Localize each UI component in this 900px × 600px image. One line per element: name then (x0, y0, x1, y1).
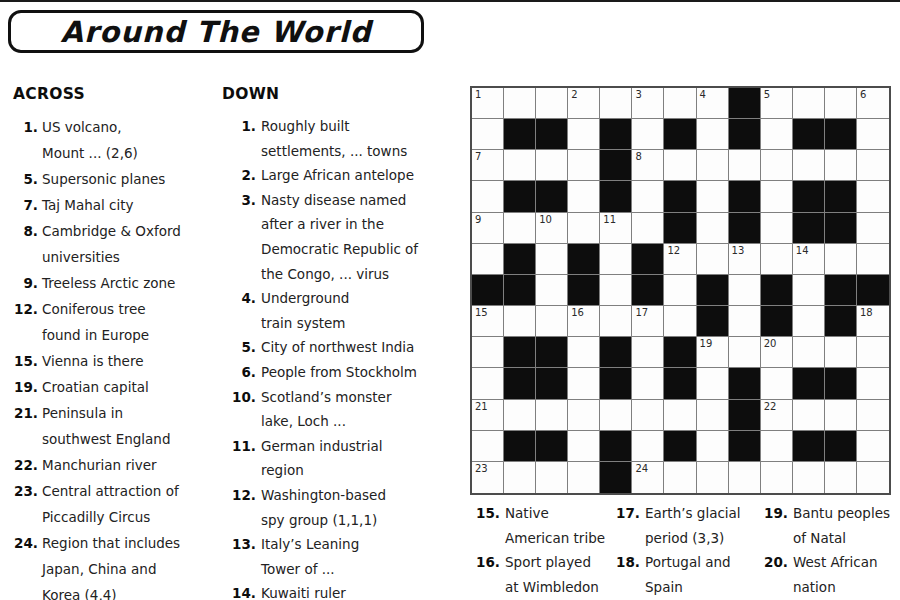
bottom-clue-column-2: 17.Earth’s glacial period (3,3)18.Portug… (610, 501, 758, 599)
cell-number: 16 (571, 307, 584, 319)
grid-cell-r11c4[interactable] (568, 400, 600, 431)
clue-text: Underground train system (261, 286, 349, 335)
black-cell-r2c7 (664, 119, 696, 150)
black-cell-r10c7 (664, 368, 696, 399)
grid-cell-r3c6[interactable]: 8 (632, 150, 664, 181)
grid-cell-r13c4[interactable] (568, 462, 600, 493)
grid-cell-r3c9[interactable] (729, 150, 761, 181)
black-cell-r7c2 (504, 275, 536, 306)
grid-cell-r10c6[interactable] (632, 368, 664, 399)
clue-text: Roughly built settlements, ... towns (261, 114, 407, 163)
grid-cell-r5c8[interactable] (697, 213, 729, 244)
grid-cell-r2c8[interactable] (697, 119, 729, 150)
black-cell-r6c6 (632, 244, 664, 275)
grid-cell-r12c6[interactable] (632, 431, 664, 462)
grid-cell-r13c3[interactable] (536, 462, 568, 493)
grid-cell-r1c12[interactable] (825, 88, 857, 119)
clue-number: 1. (7, 114, 38, 140)
clue: 6.People from Stockholm (222, 360, 438, 385)
black-cell-r11c9 (729, 400, 761, 431)
grid-cell-r9c10[interactable]: 20 (761, 337, 793, 368)
clue: 4.Underground train system (222, 286, 438, 335)
cell-number: 1 (475, 89, 481, 101)
clue-text: West African nation (793, 550, 878, 599)
grid-cell-r7c5[interactable] (600, 275, 632, 306)
grid-cell-r13c8[interactable] (697, 462, 729, 493)
page-top-border-line (0, 0, 900, 2)
clue: 15.Vienna is there (7, 348, 211, 374)
grid-cell-r9c11[interactable] (793, 337, 825, 368)
clue-text: Native American tribe (505, 501, 605, 550)
cell-number: 13 (732, 245, 745, 257)
grid-cell-r11c2[interactable] (504, 400, 536, 431)
clue: 9.Treeless Arctic zone (7, 270, 211, 296)
grid-cell-r8c1[interactable]: 15 (472, 306, 504, 337)
clue: 12.Coniferous tree found in Europe (7, 296, 211, 348)
clue: 20.West African nation (758, 550, 900, 599)
grid-cell-r10c4[interactable] (568, 368, 600, 399)
grid-cell-r3c3[interactable] (536, 150, 568, 181)
clue-text: People from Stockholm (261, 360, 417, 385)
clue-number: 12. (7, 296, 38, 322)
grid-cell-r1c6[interactable]: 3 (632, 88, 664, 119)
grid-cell-r3c2[interactable] (504, 150, 536, 181)
grid-cell-r8c6[interactable]: 17 (632, 306, 664, 337)
clue-text: US volcano, Mount ... (2,6) (42, 114, 138, 166)
grid-cell-r8c7[interactable] (664, 306, 696, 337)
black-cell-r4c2 (504, 181, 536, 212)
black-cell-r10c12 (825, 368, 857, 399)
grid-cell-r13c2[interactable] (504, 462, 536, 493)
clue-number: 5. (7, 166, 38, 192)
grid-cell-r11c7[interactable] (664, 400, 696, 431)
grid-cell-r7c11[interactable] (793, 275, 825, 306)
cell-number: 20 (764, 338, 777, 350)
black-cell-r7c13 (857, 275, 889, 306)
grid-cell-r10c13[interactable] (857, 368, 889, 399)
clue-text: Sport played at Wimbledon (505, 550, 599, 599)
crossword-page: Around The World ACROSS 1.US volcano, Mo… (0, 0, 900, 600)
clue-text: City of northwest India (261, 335, 414, 360)
crossword-grid: 123456789101112131415161718192021222324 (470, 86, 891, 495)
black-cell-r3c5 (600, 150, 632, 181)
clue-text: Central attraction of Piccadilly Circus (42, 478, 179, 530)
clue-text: Portugal and Spain (645, 550, 731, 599)
grid-cell-r6c5[interactable] (600, 244, 632, 275)
grid-cell-r1c2[interactable] (504, 88, 536, 119)
grid-cell-r6c10[interactable] (761, 244, 793, 275)
black-cell-r7c1 (472, 275, 504, 306)
clue: 24.Region that includes Japan, China and… (7, 530, 211, 600)
clue-number: 3. (222, 188, 256, 213)
grid-cell-r5c2[interactable] (504, 213, 536, 244)
clue-text: Italy’s Leaning Tower of ... (261, 532, 359, 581)
clue-text: Cambridge & Oxford universities (42, 218, 181, 270)
down-heading: DOWN (222, 85, 438, 103)
clue-number: 1. (222, 114, 256, 139)
bottom-clue-column-1: 15.Native American tribe16.Sport played … (470, 501, 610, 599)
black-cell-r4c11 (793, 181, 825, 212)
clue-text: Bantu peoples of Natal (793, 501, 890, 550)
clue: 13.Italy’s Leaning Tower of ... (222, 532, 438, 581)
grid-cell-r12c1[interactable] (472, 431, 504, 462)
black-cell-r12c5 (600, 431, 632, 462)
clue: 15.Native American tribe (470, 501, 610, 550)
grid-cell-r5c5[interactable]: 11 (600, 213, 632, 244)
black-cell-r2c5 (600, 119, 632, 150)
grid-cell-r2c6[interactable] (632, 119, 664, 150)
grid-cell-r6c8[interactable] (697, 244, 729, 275)
grid-cell-r13c13[interactable] (857, 462, 889, 493)
grid-cell-r3c13[interactable] (857, 150, 889, 181)
black-cell-r8c8 (697, 306, 729, 337)
puzzle-title-box: Around The World (8, 10, 424, 53)
grid-cell-r1c3[interactable] (536, 88, 568, 119)
clue-number: 16. (470, 550, 500, 575)
cell-number: 15 (475, 307, 488, 319)
clue-number: 18. (610, 550, 640, 575)
clue-number: 10. (222, 385, 256, 410)
clue: 19.Bantu peoples of Natal (758, 501, 900, 550)
cell-number: 8 (635, 151, 641, 163)
clue-text: Kuwaiti ruler (261, 581, 346, 600)
clue-text: Earth’s glacial period (3,3) (645, 501, 741, 550)
grid-cell-r1c5[interactable] (600, 88, 632, 119)
clue: 14.Kuwaiti ruler (222, 581, 438, 600)
grid-cell-r7c7[interactable] (664, 275, 696, 306)
grid-cell-r11c11[interactable] (793, 400, 825, 431)
grid-cell-r3c11[interactable] (793, 150, 825, 181)
grid-cell-r3c8[interactable] (697, 150, 729, 181)
grid-cell-r10c1[interactable] (472, 368, 504, 399)
clue: 12.Washington-based spy group (1,1,1) (222, 483, 438, 532)
black-cell-r4c7 (664, 181, 696, 212)
cell-number: 21 (475, 401, 488, 413)
grid-cell-r12c13[interactable] (857, 431, 889, 462)
across-heading: ACROSS (13, 85, 211, 103)
black-cell-r8c12 (825, 306, 857, 337)
grid-cell-r1c11[interactable] (793, 88, 825, 119)
clue-text: Large African antelope (261, 163, 414, 188)
clue-number: 19. (7, 374, 38, 400)
across-clue-list: 1.US volcano, Mount ... (2,6)5.Supersoni… (7, 114, 211, 600)
clue: 19.Croatian capital (7, 374, 211, 400)
clue-number: 23. (7, 478, 38, 504)
grid-cell-r9c13[interactable] (857, 337, 889, 368)
black-cell-r7c4 (568, 275, 600, 306)
grid-cell-r13c6[interactable]: 24 (632, 462, 664, 493)
cell-number: 18 (860, 307, 873, 319)
grid-cell-r5c1[interactable]: 9 (472, 213, 504, 244)
grid-cell-r8c3[interactable] (536, 306, 568, 337)
clue: 5.City of northwest India (222, 335, 438, 360)
grid-cell-r8c13[interactable]: 18 (857, 306, 889, 337)
grid-cell-r8c11[interactable] (793, 306, 825, 337)
bottom-clue-column-3: 19.Bantu peoples of Natal20.West African… (758, 501, 900, 599)
black-cell-r4c9 (729, 181, 761, 212)
grid-cell-r11c3[interactable] (536, 400, 568, 431)
grid-cell-r6c7[interactable]: 12 (664, 244, 696, 275)
clue: 11.German industrial region (222, 434, 438, 483)
clue-number: 15. (470, 501, 500, 526)
grid-cell-r9c9[interactable] (729, 337, 761, 368)
grid-cell-r13c1[interactable]: 23 (472, 462, 504, 493)
black-cell-r7c12 (825, 275, 857, 306)
black-cell-r12c7 (664, 431, 696, 462)
grid-cell-r7c3[interactable] (536, 275, 568, 306)
grid-cell-r9c6[interactable] (632, 337, 664, 368)
clue: 5.Supersonic planes (7, 166, 211, 192)
grid-cell-r10c10[interactable] (761, 368, 793, 399)
cell-number: 14 (796, 245, 809, 257)
grid-cell-r12c10[interactable] (761, 431, 793, 462)
black-cell-r10c3 (536, 368, 568, 399)
grid-cell-r3c12[interactable] (825, 150, 857, 181)
grid-cell-r7c9[interactable] (729, 275, 761, 306)
grid-cell-r4c1[interactable] (472, 181, 504, 212)
grid-cell-r6c3[interactable] (536, 244, 568, 275)
grid-cell-r4c10[interactable] (761, 181, 793, 212)
clue: 16.Sport played at Wimbledon (470, 550, 610, 599)
grid-cell-r2c13[interactable] (857, 119, 889, 150)
black-cell-r6c4 (568, 244, 600, 275)
black-cell-r4c12 (825, 181, 857, 212)
grid-cell-r3c1[interactable]: 7 (472, 150, 504, 181)
clue-number: 2. (222, 163, 256, 188)
cell-number: 7 (475, 151, 481, 163)
black-cell-r7c6 (632, 275, 664, 306)
grid-cell-r6c9[interactable]: 13 (729, 244, 761, 275)
black-cell-r9c5 (600, 337, 632, 368)
clue: 23.Central attraction of Piccadilly Circ… (7, 478, 211, 530)
black-cell-r10c11 (793, 368, 825, 399)
clue-number: 13. (222, 532, 256, 557)
clue-number: 17. (610, 501, 640, 526)
cell-number: 2 (571, 89, 577, 101)
grid-cell-r6c11[interactable]: 14 (793, 244, 825, 275)
bottom-down-clues: 15.Native American tribe16.Sport played … (470, 501, 900, 599)
cell-number: 23 (475, 463, 488, 475)
cell-number: 4 (700, 89, 706, 101)
black-cell-r2c11 (793, 119, 825, 150)
black-cell-r12c11 (793, 431, 825, 462)
clue-text: Treeless Arctic zone (42, 270, 175, 296)
grid-cell-r1c8[interactable]: 4 (697, 88, 729, 119)
clue: 21.Peninsula in southwest England (7, 400, 211, 452)
grid-cell-r13c12[interactable] (825, 462, 857, 493)
black-cell-r5c7 (664, 213, 696, 244)
down-clue-list: 1.Roughly built settlements, ... towns2.… (222, 114, 438, 600)
clue-number: 8. (7, 218, 38, 244)
grid-cell-r4c4[interactable] (568, 181, 600, 212)
black-cell-r9c2 (504, 337, 536, 368)
cell-number: 12 (667, 245, 680, 257)
clue: 10.Scotland’s monster lake, Loch ... (222, 385, 438, 434)
grid-cell-r3c7[interactable] (664, 150, 696, 181)
grid-cell-r6c13[interactable] (857, 244, 889, 275)
clue: 22.Manchurian river (7, 452, 211, 478)
grid-cell-r5c13[interactable] (857, 213, 889, 244)
black-cell-r5c12 (825, 213, 857, 244)
black-cell-r5c9 (729, 213, 761, 244)
grid-cell-r8c2[interactable] (504, 306, 536, 337)
grid-cell-r9c4[interactable] (568, 337, 600, 368)
across-clues-section: ACROSS 1.US volcano, Mount ... (2,6)5.Su… (7, 85, 211, 600)
clue: 18.Portugal and Spain (610, 550, 758, 599)
black-cell-r9c7 (664, 337, 696, 368)
grid-cell-r1c4[interactable]: 2 (568, 88, 600, 119)
clue: 1.Roughly built settlements, ... towns (222, 114, 438, 163)
black-cell-r7c8 (697, 275, 729, 306)
grid-cell-r11c8[interactable] (697, 400, 729, 431)
clue-text: Scotland’s monster lake, Loch ... (261, 385, 391, 434)
black-cell-r12c3 (536, 431, 568, 462)
clue-number: 6. (222, 360, 256, 385)
grid-cell-r2c10[interactable] (761, 119, 793, 150)
clue-text: Vienna is there (42, 348, 143, 374)
clue-number: 20. (758, 550, 788, 575)
black-cell-r2c12 (825, 119, 857, 150)
grid-cell-r4c13[interactable] (857, 181, 889, 212)
clue-text: Coniferous tree found in Europe (42, 296, 149, 348)
cell-number: 3 (635, 89, 641, 101)
clue-text: Supersonic planes (42, 166, 165, 192)
black-cell-r4c5 (600, 181, 632, 212)
grid-cell-r11c10[interactable]: 22 (761, 400, 793, 431)
grid-cell-r4c6[interactable] (632, 181, 664, 212)
black-cell-r6c2 (504, 244, 536, 275)
clue-text: Nasty disease named after a river in the… (261, 188, 418, 286)
grid-cell-r5c4[interactable] (568, 213, 600, 244)
grid-cell-r11c12[interactable] (825, 400, 857, 431)
black-cell-r12c2 (504, 431, 536, 462)
grid-cell-r9c8[interactable]: 19 (697, 337, 729, 368)
cell-number: 17 (635, 307, 648, 319)
black-cell-r12c12 (825, 431, 857, 462)
clue: 17.Earth’s glacial period (3,3) (610, 501, 758, 550)
clue-number: 22. (7, 452, 38, 478)
cell-number: 24 (635, 463, 648, 475)
grid-cell-r11c6[interactable] (632, 400, 664, 431)
grid-cell-r1c7[interactable] (664, 88, 696, 119)
cell-number: 11 (603, 214, 616, 226)
black-cell-r10c2 (504, 368, 536, 399)
grid-cell-r2c1[interactable] (472, 119, 504, 150)
clue: 8.Cambridge & Oxford universities (7, 218, 211, 270)
puzzle-title: Around The World (61, 15, 372, 49)
black-cell-r13c5 (600, 462, 632, 493)
grid-cell-r3c10[interactable] (761, 150, 793, 181)
grid-cell-r2c4[interactable] (568, 119, 600, 150)
grid-cell-r4c8[interactable] (697, 181, 729, 212)
clue-number: 24. (7, 530, 38, 556)
clue-number: 4. (222, 286, 256, 311)
cell-number: 10 (539, 214, 552, 226)
clue-text: Taj Mahal city (42, 192, 134, 218)
cell-number: 22 (764, 401, 777, 413)
clue: 1.US volcano, Mount ... (2,6) (7, 114, 211, 166)
black-cell-r8c10 (761, 306, 793, 337)
clue-text: Peninsula in southwest England (42, 400, 170, 452)
grid-cell-r10c8[interactable] (697, 368, 729, 399)
grid-cell-r8c4[interactable]: 16 (568, 306, 600, 337)
clue-text: Region that includes Japan, China and Ko… (42, 530, 180, 600)
black-cell-r9c3 (536, 337, 568, 368)
clue: 2.Large African antelope (222, 163, 438, 188)
black-cell-r12c9 (729, 431, 761, 462)
grid-cell-r8c5[interactable] (600, 306, 632, 337)
clue-number: 9. (7, 270, 38, 296)
black-cell-r5c11 (793, 213, 825, 244)
grid-cell-r1c10[interactable]: 5 (761, 88, 793, 119)
black-cell-r1c9 (729, 88, 761, 119)
grid-cell-r12c8[interactable] (697, 431, 729, 462)
cell-number: 9 (475, 214, 481, 226)
clue-text: Manchurian river (42, 452, 157, 478)
clue-number: 14. (222, 581, 256, 600)
clue-text: Washington-based spy group (1,1,1) (261, 483, 386, 532)
clue-text: German industrial region (261, 434, 382, 483)
black-cell-r2c2 (504, 119, 536, 150)
cell-number: 6 (860, 89, 866, 101)
black-cell-r7c10 (761, 275, 793, 306)
clue-number: 15. (7, 348, 38, 374)
grid-cell-r6c1[interactable] (472, 244, 504, 275)
clue-number: 19. (758, 501, 788, 526)
clue-number: 7. (7, 192, 38, 218)
grid-cell-r11c5[interactable] (600, 400, 632, 431)
cell-number: 5 (764, 89, 770, 101)
black-cell-r2c3 (536, 119, 568, 150)
grid-cell-r1c13[interactable]: 6 (857, 88, 889, 119)
grid-cell-r6c12[interactable] (825, 244, 857, 275)
grid-cell-r5c10[interactable] (761, 213, 793, 244)
grid-cell-r11c1[interactable]: 21 (472, 400, 504, 431)
clue: 3.Nasty disease named after a river in t… (222, 188, 438, 286)
black-cell-r10c5 (600, 368, 632, 399)
clue-number: 21. (7, 400, 38, 426)
grid-cell-r9c1[interactable] (472, 337, 504, 368)
clue-number: 11. (222, 434, 256, 459)
grid-cell-r9c12[interactable] (825, 337, 857, 368)
grid-cell-r5c6[interactable] (632, 213, 664, 244)
black-cell-r4c3 (536, 181, 568, 212)
grid-cell-r13c9[interactable] (729, 462, 761, 493)
clue-number: 12. (222, 483, 256, 508)
black-cell-r2c9 (729, 119, 761, 150)
clue-number: 5. (222, 335, 256, 360)
grid-cell-r13c10[interactable] (761, 462, 793, 493)
grid-cell-r3c4[interactable] (568, 150, 600, 181)
clue: 7.Taj Mahal city (7, 192, 211, 218)
black-cell-r10c9 (729, 368, 761, 399)
grid-cell-r11c13[interactable] (857, 400, 889, 431)
grid-cell-r5c3[interactable]: 10 (536, 213, 568, 244)
grid-cell-r8c9[interactable] (729, 306, 761, 337)
cell-number: 19 (700, 338, 713, 350)
grid-cell-r13c7[interactable] (664, 462, 696, 493)
grid-cell-r13c11[interactable] (793, 462, 825, 493)
down-clues-section: DOWN 1.Roughly built settlements, ... to… (222, 85, 438, 600)
grid-cell-r12c4[interactable] (568, 431, 600, 462)
grid-cell-r1c1[interactable]: 1 (472, 88, 504, 119)
clue-text: Croatian capital (42, 374, 149, 400)
